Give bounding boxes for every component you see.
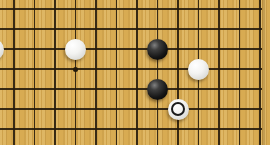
board-cell[interactable] — [106, 19, 127, 39]
board-cell[interactable] — [45, 79, 66, 99]
board-cell[interactable] — [86, 119, 107, 139]
board-cell[interactable] — [4, 79, 25, 99]
board-cell[interactable] — [147, 79, 168, 99]
white-stone — [168, 99, 189, 120]
board-cell[interactable] — [127, 39, 148, 59]
board-cell[interactable] — [168, 79, 189, 99]
board-cell[interactable] — [4, 119, 25, 139]
board-cell[interactable] — [250, 39, 270, 59]
board-cell[interactable] — [45, 99, 66, 119]
last-move-marker-icon — [171, 102, 185, 116]
board-cell[interactable] — [65, 39, 86, 59]
board-cell[interactable] — [209, 19, 230, 39]
board-cell[interactable] — [4, 39, 25, 59]
board-cell[interactable] — [45, 119, 66, 139]
board-cell[interactable] — [229, 79, 250, 99]
board-cell[interactable] — [209, 119, 230, 139]
board-cell[interactable] — [106, 39, 127, 59]
board-cell[interactable] — [188, 59, 209, 79]
board-cell[interactable] — [147, 19, 168, 39]
board-cell[interactable] — [4, 99, 25, 119]
board-cells — [4, 0, 270, 139]
board-cell[interactable] — [188, 79, 209, 99]
board-cell[interactable] — [229, 39, 250, 59]
board-cell[interactable] — [106, 99, 127, 119]
board-cell[interactable] — [65, 19, 86, 39]
board-cell[interactable] — [209, 39, 230, 59]
board-cell[interactable] — [168, 119, 189, 139]
board-cell[interactable] — [127, 99, 148, 119]
board-cell[interactable] — [24, 19, 45, 39]
board-cell[interactable] — [86, 0, 107, 19]
board-cell[interactable] — [24, 79, 45, 99]
board-cell[interactable] — [168, 0, 189, 19]
board-cell[interactable] — [106, 79, 127, 99]
board-cell[interactable] — [127, 0, 148, 19]
board-cell[interactable] — [250, 79, 270, 99]
board-cell[interactable] — [127, 19, 148, 39]
board-cell[interactable] — [45, 39, 66, 59]
white-stone — [65, 39, 86, 60]
board-cell[interactable] — [209, 59, 230, 79]
board-cell[interactable] — [229, 19, 250, 39]
board-cell[interactable] — [65, 79, 86, 99]
board-cell[interactable] — [65, 119, 86, 139]
board-cell[interactable] — [147, 119, 168, 139]
board-cell[interactable] — [86, 59, 107, 79]
board-cell[interactable] — [45, 19, 66, 39]
board-cell[interactable] — [250, 119, 270, 139]
board-cell[interactable] — [86, 99, 107, 119]
board-cell[interactable] — [229, 119, 250, 139]
board-cell[interactable] — [86, 79, 107, 99]
board-cell[interactable] — [24, 0, 45, 19]
board-cell[interactable] — [188, 119, 209, 139]
board-cell[interactable] — [168, 59, 189, 79]
board-cell[interactable] — [65, 99, 86, 119]
board-cell[interactable] — [86, 39, 107, 59]
board-cell[interactable] — [168, 39, 189, 59]
board-cell[interactable] — [106, 59, 127, 79]
board-cell[interactable] — [4, 19, 25, 39]
board-cell[interactable] — [127, 79, 148, 99]
board-cell[interactable] — [229, 59, 250, 79]
board-cell[interactable] — [229, 0, 250, 19]
white-stone — [188, 59, 209, 80]
board-cell[interactable] — [250, 0, 270, 19]
board-cell[interactable] — [209, 79, 230, 99]
board-cell[interactable] — [65, 0, 86, 19]
board-cell[interactable] — [45, 0, 66, 19]
board-cell[interactable] — [86, 19, 107, 39]
go-board[interactable] — [0, 0, 270, 145]
board-cell[interactable] — [127, 119, 148, 139]
board-cell[interactable] — [4, 59, 25, 79]
board-cell[interactable] — [168, 99, 189, 119]
star-point — [73, 67, 78, 72]
board-cell[interactable] — [229, 99, 250, 119]
black-stone — [147, 79, 168, 100]
board-cell[interactable] — [147, 99, 168, 119]
board-cell[interactable] — [45, 59, 66, 79]
board-cell[interactable] — [24, 99, 45, 119]
board-cell[interactable] — [24, 39, 45, 59]
board-cell[interactable] — [250, 59, 270, 79]
board-cell[interactable] — [106, 119, 127, 139]
board-cell[interactable] — [24, 119, 45, 139]
screenshot — [0, 0, 270, 145]
board-cell[interactable] — [188, 99, 209, 119]
board-cell[interactable] — [65, 59, 86, 79]
board-cell[interactable] — [147, 0, 168, 19]
board-cell[interactable] — [106, 0, 127, 19]
board-cell[interactable] — [209, 0, 230, 19]
black-stone — [147, 39, 168, 60]
board-cell[interactable] — [250, 99, 270, 119]
board-cell[interactable] — [188, 39, 209, 59]
board-cell[interactable] — [209, 99, 230, 119]
board-cell[interactable] — [127, 59, 148, 79]
board-cell[interactable] — [4, 0, 25, 19]
board-cell[interactable] — [250, 19, 270, 39]
board-cell[interactable] — [168, 19, 189, 39]
board-cell[interactable] — [188, 19, 209, 39]
board-cell[interactable] — [147, 39, 168, 59]
board-cell[interactable] — [188, 0, 209, 19]
board-cell[interactable] — [147, 59, 168, 79]
board-cell[interactable] — [24, 59, 45, 79]
